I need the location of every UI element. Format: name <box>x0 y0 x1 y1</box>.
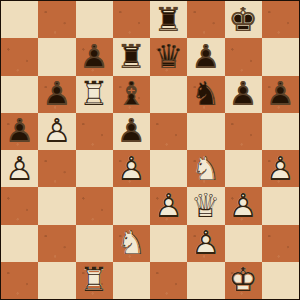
black-pawn-glyph-outline: ♙ <box>187 39 224 72</box>
piece-white-rook[interactable]: ♜♖ <box>76 262 113 299</box>
piece-black-pawn[interactable]: ♟♙ <box>187 38 224 75</box>
piece-black-pawn[interactable]: ♟♙ <box>38 76 75 113</box>
square-f1[interactable] <box>187 262 224 299</box>
piece-white-pawn[interactable]: ♟♙ <box>38 113 75 150</box>
white-knight-glyph-outline: ♘ <box>113 226 150 259</box>
piece-white-pawn[interactable]: ♟♙ <box>1 150 38 187</box>
piece-white-pawn[interactable]: ♟♙ <box>225 187 262 224</box>
square-h6[interactable]: ♟♙ <box>262 76 299 113</box>
square-a8[interactable] <box>1 1 38 38</box>
piece-white-pawn[interactable]: ♟♙ <box>262 150 299 187</box>
piece-black-rook[interactable]: ♜♖ <box>150 1 187 38</box>
square-e2[interactable] <box>150 225 187 262</box>
square-b4[interactable] <box>38 150 75 187</box>
square-a5[interactable]: ♟♙ <box>1 113 38 150</box>
white-pawn-glyph-outline: ♙ <box>1 151 38 184</box>
piece-white-pawn[interactable]: ♟♙ <box>150 187 187 224</box>
black-pawn-glyph-outline: ♙ <box>225 77 262 110</box>
square-g4[interactable] <box>225 150 262 187</box>
square-d8[interactable] <box>113 1 150 38</box>
square-e4[interactable] <box>150 150 187 187</box>
square-c7[interactable]: ♟♙ <box>76 38 113 75</box>
piece-white-rook[interactable]: ♜♖ <box>76 76 113 113</box>
square-e1[interactable] <box>150 262 187 299</box>
square-b7[interactable] <box>38 38 75 75</box>
square-d3[interactable] <box>113 187 150 224</box>
square-c3[interactable] <box>76 187 113 224</box>
black-pawn-glyph-outline: ♙ <box>113 114 150 147</box>
black-pawn-glyph-outline: ♙ <box>1 114 38 147</box>
white-king-glyph-outline: ♔ <box>225 263 262 296</box>
piece-white-knight[interactable]: ♞♘ <box>187 150 224 187</box>
square-b2[interactable] <box>38 225 75 262</box>
black-knight-glyph-outline: ♘ <box>187 77 224 110</box>
square-h3[interactable] <box>262 187 299 224</box>
piece-white-knight[interactable]: ♞♘ <box>113 225 150 262</box>
piece-black-pawn[interactable]: ♟♙ <box>262 76 299 113</box>
square-e5[interactable] <box>150 113 187 150</box>
white-knight-glyph-outline: ♘ <box>187 151 224 184</box>
white-pawn-glyph-outline: ♙ <box>225 188 262 221</box>
white-queen-glyph-outline: ♕ <box>187 188 224 221</box>
piece-white-king[interactable]: ♚♔ <box>225 262 262 299</box>
square-g2[interactable] <box>225 225 262 262</box>
square-e3[interactable]: ♟♙ <box>150 187 187 224</box>
square-a7[interactable] <box>1 38 38 75</box>
square-b6[interactable]: ♟♙ <box>38 76 75 113</box>
white-pawn-glyph-outline: ♙ <box>262 151 299 184</box>
piece-black-rook[interactable]: ♜♖ <box>113 38 150 75</box>
black-bishop-glyph-outline: ♗ <box>113 77 150 110</box>
black-king-glyph-outline: ♔ <box>225 2 262 35</box>
square-c2[interactable] <box>76 225 113 262</box>
piece-black-pawn[interactable]: ♟♙ <box>76 38 113 75</box>
square-d7[interactable]: ♜♖ <box>113 38 150 75</box>
white-pawn-glyph-outline: ♙ <box>150 188 187 221</box>
square-h8[interactable] <box>262 1 299 38</box>
piece-black-pawn[interactable]: ♟♙ <box>1 113 38 150</box>
square-d5[interactable]: ♟♙ <box>113 113 150 150</box>
square-f3[interactable]: ♛♕ <box>187 187 224 224</box>
square-h5[interactable] <box>262 113 299 150</box>
chess-board: ♜♖♚♔♟♙♜♖♛♕♟♙♟♙♜♖♝♗♞♘♟♙♟♙♟♙♟♙♟♙♟♙♟♙♞♘♟♙♟♙… <box>0 0 300 300</box>
square-f5[interactable] <box>187 113 224 150</box>
square-b3[interactable] <box>38 187 75 224</box>
square-h4[interactable]: ♟♙ <box>262 150 299 187</box>
black-queen-glyph-outline: ♕ <box>150 39 187 72</box>
square-d1[interactable] <box>113 262 150 299</box>
square-f6[interactable]: ♞♘ <box>187 76 224 113</box>
square-c6[interactable]: ♜♖ <box>76 76 113 113</box>
square-g6[interactable]: ♟♙ <box>225 76 262 113</box>
white-rook-glyph-outline: ♖ <box>76 77 113 110</box>
square-c8[interactable] <box>76 1 113 38</box>
square-e8[interactable]: ♜♖ <box>150 1 187 38</box>
white-pawn-glyph-outline: ♙ <box>113 151 150 184</box>
square-f2[interactable]: ♟♙ <box>187 225 224 262</box>
square-b1[interactable] <box>38 262 75 299</box>
square-c4[interactable] <box>76 150 113 187</box>
square-h1[interactable] <box>262 262 299 299</box>
square-b8[interactable] <box>38 1 75 38</box>
white-rook-glyph-outline: ♖ <box>76 263 113 296</box>
square-a2[interactable] <box>1 225 38 262</box>
square-f8[interactable] <box>187 1 224 38</box>
square-g1[interactable]: ♚♔ <box>225 262 262 299</box>
square-d2[interactable]: ♞♘ <box>113 225 150 262</box>
square-d6[interactable]: ♝♗ <box>113 76 150 113</box>
square-a3[interactable] <box>1 187 38 224</box>
white-pawn-glyph-outline: ♙ <box>38 114 75 147</box>
square-a1[interactable] <box>1 262 38 299</box>
square-a6[interactable] <box>1 76 38 113</box>
piece-black-queen[interactable]: ♛♕ <box>150 38 187 75</box>
square-d4[interactable]: ♟♙ <box>113 150 150 187</box>
square-h2[interactable] <box>262 225 299 262</box>
square-a4[interactable]: ♟♙ <box>1 150 38 187</box>
piece-white-queen[interactable]: ♛♕ <box>187 187 224 224</box>
black-rook-glyph-outline: ♖ <box>113 39 150 72</box>
piece-white-pawn[interactable]: ♟♙ <box>187 225 224 262</box>
square-e6[interactable] <box>150 76 187 113</box>
black-pawn-glyph-outline: ♙ <box>262 77 299 110</box>
white-pawn-glyph-outline: ♙ <box>187 226 224 259</box>
piece-black-pawn[interactable]: ♟♙ <box>113 113 150 150</box>
black-rook-glyph-outline: ♖ <box>150 2 187 35</box>
square-h7[interactable] <box>262 38 299 75</box>
square-g5[interactable] <box>225 113 262 150</box>
square-g7[interactable] <box>225 38 262 75</box>
black-pawn-glyph-outline: ♙ <box>38 77 75 110</box>
black-pawn-glyph-outline: ♙ <box>76 39 113 72</box>
square-f4[interactable]: ♞♘ <box>187 150 224 187</box>
piece-black-king[interactable]: ♚♔ <box>225 1 262 38</box>
piece-black-knight[interactable]: ♞♘ <box>187 76 224 113</box>
square-g3[interactable]: ♟♙ <box>225 187 262 224</box>
square-c1[interactable]: ♜♖ <box>76 262 113 299</box>
piece-black-bishop[interactable]: ♝♗ <box>113 76 150 113</box>
square-g8[interactable]: ♚♔ <box>225 1 262 38</box>
piece-black-pawn[interactable]: ♟♙ <box>225 76 262 113</box>
square-c5[interactable] <box>76 113 113 150</box>
square-e7[interactable]: ♛♕ <box>150 38 187 75</box>
piece-white-pawn[interactable]: ♟♙ <box>113 150 150 187</box>
square-f7[interactable]: ♟♙ <box>187 38 224 75</box>
square-b5[interactable]: ♟♙ <box>38 113 75 150</box>
